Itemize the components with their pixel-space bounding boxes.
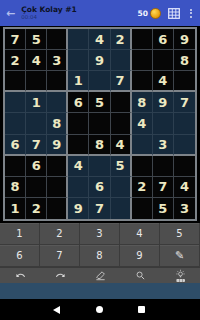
cell-r5c6[interactable] (111, 113, 132, 134)
cell-r8c5[interactable]: 6 (89, 177, 110, 198)
cell-r7c9[interactable] (174, 156, 195, 177)
cell-r2c6[interactable] (111, 50, 132, 71)
cell-r6c1[interactable]: 6 (5, 135, 26, 156)
zoom-button[interactable] (120, 268, 160, 283)
cell-r9c7[interactable] (132, 198, 153, 219)
cell-r6c6[interactable]: 4 (111, 135, 132, 156)
cell-r1c3[interactable] (47, 29, 68, 50)
cell-r2c4[interactable] (68, 50, 89, 71)
cell-r7c4[interactable]: 4 (68, 156, 89, 177)
numpad-key-3[interactable]: 3 (80, 223, 120, 245)
numpad-key-1[interactable]: 1 (0, 223, 40, 245)
hint-button[interactable] (160, 268, 200, 283)
cell-r3c6[interactable]: 7 (111, 71, 132, 92)
title-block: Çok Kolay #1 00:04 (21, 6, 137, 21)
hint-ad-badge (176, 279, 185, 282)
cell-r2c9[interactable]: 8 (174, 50, 195, 71)
cell-r9c8[interactable]: 5 (153, 198, 174, 219)
nav-recents-icon[interactable] (138, 306, 145, 313)
cell-r6c9[interactable] (174, 135, 195, 156)
cell-r8c7[interactable]: 2 (132, 177, 153, 198)
cell-r2c2[interactable]: 4 (26, 50, 47, 71)
back-arrow-icon[interactable]: ← (6, 8, 15, 19)
cell-r5c4[interactable] (68, 113, 89, 134)
cell-r3c3[interactable] (47, 71, 68, 92)
cell-r7c1[interactable] (5, 156, 26, 177)
cell-r6c4[interactable] (68, 135, 89, 156)
cell-r3c8[interactable]: 4 (153, 71, 174, 92)
cell-r6c8[interactable]: 3 (153, 135, 174, 156)
lightbulb-icon (175, 269, 186, 278)
cell-r1c9[interactable]: 9 (174, 29, 195, 50)
numpad-key-9[interactable]: 9 (120, 245, 160, 267)
undo-icon (15, 270, 26, 281)
cell-r7c6[interactable]: 5 (111, 156, 132, 177)
cell-r7c2[interactable]: 6 (26, 156, 47, 177)
cell-r1c8[interactable]: 6 (153, 29, 174, 50)
cell-r9c5[interactable]: 7 (89, 198, 110, 219)
cell-r5c2[interactable] (26, 113, 47, 134)
cell-r4c8[interactable]: 9 (153, 92, 174, 113)
cell-r4c7[interactable]: 8 (132, 92, 153, 113)
cell-r5c1[interactable] (5, 113, 26, 134)
redo-icon (55, 270, 66, 281)
cell-r7c5[interactable] (89, 156, 110, 177)
redo-button[interactable] (40, 268, 80, 283)
numpad-key-5[interactable]: 5 (160, 223, 200, 245)
cell-r8c1[interactable]: 8 (5, 177, 26, 198)
cell-r1c6[interactable]: 2 (111, 29, 132, 50)
numpad-key-6[interactable]: 6 (0, 245, 40, 267)
numpad-key-4[interactable]: 4 (120, 223, 160, 245)
cell-r5c8[interactable] (153, 113, 174, 134)
background-strip (0, 283, 200, 299)
cell-r4c9[interactable]: 7 (174, 92, 195, 113)
toolbar (0, 267, 200, 283)
numpad-key-2[interactable]: 2 (40, 223, 80, 245)
coin-count: 50 (138, 9, 148, 18)
cell-r4c3[interactable] (47, 92, 68, 113)
cell-r2c5[interactable]: 9 (89, 50, 110, 71)
pencil-mode-button[interactable]: ✎ (160, 245, 200, 267)
eraser-button[interactable] (80, 268, 120, 283)
undo-button[interactable] (0, 268, 40, 283)
cell-r6c2[interactable]: 7 (26, 135, 47, 156)
cell-r1c2[interactable]: 5 (26, 29, 47, 50)
cell-r8c2[interactable] (26, 177, 47, 198)
cell-r8c9[interactable]: 4 (174, 177, 195, 198)
cell-r1c4[interactable] (68, 29, 89, 50)
cell-r9c9[interactable]: 3 (174, 198, 195, 219)
cell-r2c8[interactable] (153, 50, 174, 71)
cell-r9c2[interactable]: 2 (26, 198, 47, 219)
cell-r4c4[interactable]: 6 (68, 92, 89, 113)
cell-r9c3[interactable] (47, 198, 68, 219)
cell-r8c8[interactable]: 7 (153, 177, 174, 198)
cell-r6c5[interactable]: 8 (89, 135, 110, 156)
overflow-menu-icon[interactable] (188, 9, 194, 18)
cell-r3c1[interactable] (5, 71, 26, 92)
cell-r7c8[interactable] (153, 156, 174, 177)
cell-r1c7[interactable] (132, 29, 153, 50)
cell-r9c6[interactable] (111, 198, 132, 219)
eraser-icon (95, 270, 106, 281)
page-title: Çok Kolay #1 (21, 6, 137, 14)
cell-r2c1[interactable]: 2 (5, 50, 26, 71)
grid-icon[interactable] (168, 8, 180, 19)
cell-r3c2[interactable] (26, 71, 47, 92)
app-bar: ← Çok Kolay #1 00:04 50 (0, 0, 200, 26)
cell-r3c9[interactable] (174, 71, 195, 92)
cell-r5c9[interactable] (174, 113, 195, 134)
cell-r4c2[interactable]: 1 (26, 92, 47, 113)
cell-r6c7[interactable] (132, 135, 153, 156)
number-pad: 123456789✎ (0, 223, 200, 267)
magnifier-icon (135, 270, 146, 281)
numpad-key-7[interactable]: 7 (40, 245, 80, 267)
cell-r5c7[interactable]: 4 (132, 113, 153, 134)
cell-r9c1[interactable]: 1 (5, 198, 26, 219)
cell-r7c3[interactable] (47, 156, 68, 177)
cell-r2c7[interactable] (132, 50, 153, 71)
cell-r3c7[interactable] (132, 71, 153, 92)
numpad-key-8[interactable]: 8 (80, 245, 120, 267)
cell-r3c5[interactable] (89, 71, 110, 92)
cell-r2c3[interactable]: 3 (47, 50, 68, 71)
cell-r4c5[interactable]: 5 (89, 92, 110, 113)
cell-r4c6[interactable] (111, 92, 132, 113)
cell-r3c4[interactable]: 1 (68, 71, 89, 92)
sudoku-board: 7542692439817416589784679843645862741297… (3, 27, 197, 221)
cell-r4c1[interactable] (5, 92, 26, 113)
cell-r8c4[interactable] (68, 177, 89, 198)
cell-r1c1[interactable]: 7 (5, 29, 26, 50)
nav-home-icon[interactable] (96, 306, 103, 313)
timer: 00:04 (21, 15, 137, 21)
cell-r8c6[interactable] (111, 177, 132, 198)
cell-r5c3[interactable]: 8 (47, 113, 68, 134)
nav-back-icon[interactable] (53, 306, 60, 314)
android-nav-bar (0, 299, 200, 320)
cell-r5c5[interactable] (89, 113, 110, 134)
coin-icon (150, 8, 161, 19)
cell-r1c5[interactable]: 4 (89, 29, 110, 50)
cell-r6c3[interactable]: 9 (47, 135, 68, 156)
cell-r9c4[interactable]: 9 (68, 198, 89, 219)
cell-r7c7[interactable] (132, 156, 153, 177)
cell-r8c3[interactable] (47, 177, 68, 198)
